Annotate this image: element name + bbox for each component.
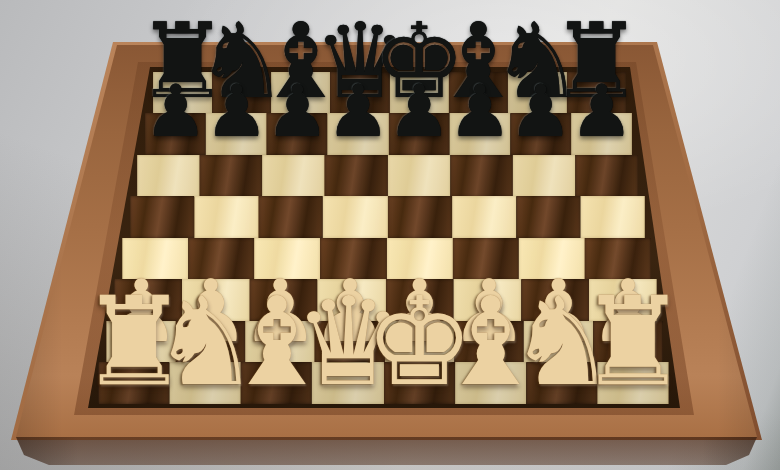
square-a6[interactable] <box>138 155 201 197</box>
black-pawn-g7[interactable]: ♟ <box>509 75 574 147</box>
board-row-rank-5 <box>130 196 645 238</box>
black-pawn-c7[interactable]: ♟ <box>265 75 330 147</box>
square-e5[interactable] <box>387 196 451 238</box>
black-pawn-f7[interactable]: ♟ <box>448 75 513 147</box>
black-pawn-a7[interactable]: ♟ <box>144 75 209 147</box>
square-c5[interactable] <box>259 196 323 238</box>
square-g5[interactable] <box>516 196 580 238</box>
square-d6[interactable] <box>325 155 388 197</box>
square-b5[interactable] <box>194 196 258 238</box>
black-pawn-h7[interactable]: ♟ <box>570 75 635 147</box>
square-f5[interactable] <box>451 196 515 238</box>
chess-board-photo: ♜♞♝♛♚♝♞♜♟♟♟♟♟♟♟♟♟♟♟♟♟♟♟♟♜♞♝♛♚♝♞♜ <box>0 0 780 470</box>
square-b6[interactable] <box>200 155 263 197</box>
board-row-rank-6 <box>138 155 639 197</box>
square-f6[interactable] <box>451 155 514 197</box>
square-e6[interactable] <box>388 155 451 197</box>
black-pawn-e7[interactable]: ♟ <box>387 75 452 147</box>
square-c6[interactable] <box>263 155 326 197</box>
white-rook-h1[interactable]: ♜ <box>579 281 688 403</box>
square-h6[interactable] <box>576 155 639 197</box>
square-d5[interactable] <box>323 196 387 238</box>
square-a5[interactable] <box>130 196 194 238</box>
black-pawn-b7[interactable]: ♟ <box>204 75 269 147</box>
square-h5[interactable] <box>580 196 644 238</box>
square-g6[interactable] <box>513 155 576 197</box>
black-pawn-d7[interactable]: ♟ <box>326 75 391 147</box>
